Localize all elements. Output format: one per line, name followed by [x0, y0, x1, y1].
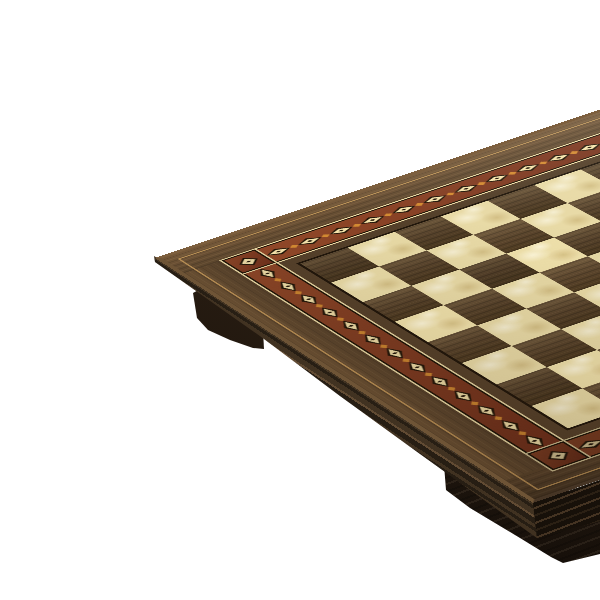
- inlay-diamond-large: [471, 403, 503, 419]
- inlay-diamond-large: [336, 319, 366, 334]
- inlay-diamond-small: [492, 415, 505, 421]
- inlay-diamond-large: [494, 418, 526, 434]
- inlay-diamond-large: [481, 172, 513, 185]
- inlay-diamond-large: [274, 279, 303, 293]
- inlay-diamond-small: [422, 371, 435, 377]
- inlay-diamond-large: [447, 388, 478, 404]
- inlay-diamond-small: [568, 150, 581, 155]
- inlay-diamond-large: [512, 162, 544, 174]
- inlay-diamond-small: [377, 343, 390, 349]
- inlay-diamond-large: [541, 448, 575, 464]
- inlay-diamond-small: [444, 191, 457, 196]
- inlay-diamond-small: [313, 303, 325, 309]
- inlay-diamond-large: [543, 152, 575, 164]
- inlay-diamond-small: [475, 181, 488, 186]
- inlay-diamond-small: [382, 212, 395, 217]
- inlay-diamond-small: [413, 202, 426, 207]
- inlay-diamond-large: [325, 224, 357, 237]
- inlay-diamond-large: [450, 182, 482, 195]
- inlay-diamond-large: [263, 245, 295, 258]
- inlay-diamond-large: [254, 267, 282, 281]
- chess-board: [155, 81, 600, 503]
- inlay-diamond-small: [468, 400, 481, 406]
- inlay-diamond-small: [516, 430, 530, 436]
- inlay-diamond-large: [402, 360, 433, 375]
- inlay-diamond-large: [294, 292, 323, 306]
- inlay-diamond-small: [334, 316, 346, 322]
- inlay-diamond-large: [234, 255, 264, 268]
- inlay-diamond-small: [319, 233, 332, 238]
- inlay-diamond-small: [288, 244, 301, 249]
- inlay-diamond-large: [358, 332, 388, 347]
- inlay-diamond-large: [380, 346, 410, 361]
- inlay-diamond-small: [537, 160, 550, 165]
- inlay-diamond-small: [506, 171, 519, 176]
- inlay-diamond-large: [315, 305, 344, 319]
- product-photo: [0, 0, 600, 600]
- inlay-diamond-large: [425, 374, 456, 389]
- inlay-diamond-large: [294, 235, 326, 248]
- inlay-diamond-small: [351, 223, 364, 228]
- inlay-diamond-large: [357, 214, 389, 227]
- inlay-diamond-small: [292, 290, 304, 296]
- inlay-diamond-small: [400, 357, 413, 363]
- inlay-diamond-small: [445, 386, 458, 392]
- inlay-diamond-small: [356, 330, 369, 336]
- inlay-diamond-large: [419, 193, 451, 206]
- inlay-diamond-large: [388, 203, 420, 216]
